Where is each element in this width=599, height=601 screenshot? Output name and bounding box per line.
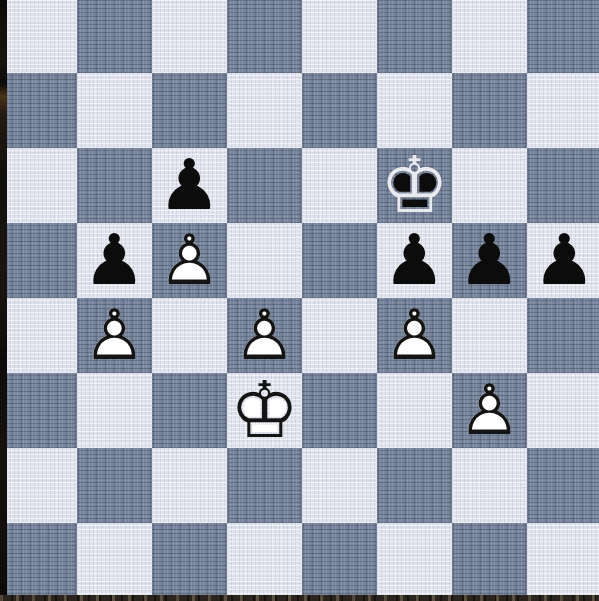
piece-white-pawn[interactable]: ♟♙ — [383, 298, 446, 373]
square-e4[interactable] — [302, 298, 377, 373]
square-e5[interactable] — [302, 223, 377, 298]
square-d2[interactable] — [227, 448, 302, 523]
square-a5[interactable] — [2, 223, 77, 298]
square-a3[interactable] — [2, 373, 77, 448]
king-detail-glyph: ♔ — [380, 148, 450, 223]
pawn-fill-glyph: ♟ — [458, 223, 521, 298]
square-h8[interactable] — [527, 0, 599, 73]
square-b8[interactable] — [77, 0, 152, 73]
square-d6[interactable] — [227, 148, 302, 223]
piece-white-pawn[interactable]: ♟♙ — [83, 298, 146, 373]
pawn-outline-glyph: ♙ — [383, 298, 446, 373]
square-b7[interactable] — [77, 73, 152, 148]
square-h6[interactable] — [527, 148, 599, 223]
piece-black-pawn[interactable]: ♟ — [83, 223, 146, 298]
square-e6[interactable] — [302, 148, 377, 223]
square-h1[interactable] — [527, 523, 599, 598]
square-e2[interactable] — [302, 448, 377, 523]
square-a7[interactable] — [2, 73, 77, 148]
pawn-outline-glyph: ♙ — [458, 373, 521, 448]
board-bottom-edge — [0, 595, 599, 601]
square-b3[interactable] — [77, 373, 152, 448]
square-b5[interactable]: ♟ — [77, 223, 152, 298]
square-a2[interactable] — [2, 448, 77, 523]
square-a4[interactable] — [2, 298, 77, 373]
square-c1[interactable] — [152, 523, 227, 598]
square-h7[interactable] — [527, 73, 599, 148]
square-a1[interactable] — [2, 523, 77, 598]
square-f1[interactable] — [377, 523, 452, 598]
square-d1[interactable] — [227, 523, 302, 598]
square-a8[interactable] — [2, 0, 77, 73]
board-left-edge — [0, 0, 7, 601]
square-c8[interactable] — [152, 0, 227, 73]
square-d5[interactable] — [227, 223, 302, 298]
square-e1[interactable] — [302, 523, 377, 598]
chess-board: ♟♚♔♟♟♙♟♟♟♟♙♟♙♟♙♚♔♟♙ — [2, 0, 599, 598]
square-g7[interactable] — [452, 73, 527, 148]
square-e8[interactable] — [302, 0, 377, 73]
pawn-fill-glyph: ♟ — [383, 223, 446, 298]
piece-black-pawn[interactable]: ♟ — [458, 223, 521, 298]
square-c5[interactable]: ♟♙ — [152, 223, 227, 298]
square-c4[interactable] — [152, 298, 227, 373]
square-b6[interactable] — [77, 148, 152, 223]
square-e3[interactable] — [302, 373, 377, 448]
piece-black-pawn[interactable]: ♟ — [383, 223, 446, 298]
square-f7[interactable] — [377, 73, 452, 148]
square-a6[interactable] — [2, 148, 77, 223]
square-b2[interactable] — [77, 448, 152, 523]
square-d8[interactable] — [227, 0, 302, 73]
square-h3[interactable] — [527, 373, 599, 448]
piece-black-pawn[interactable]: ♟ — [533, 223, 596, 298]
square-g2[interactable] — [452, 448, 527, 523]
square-f8[interactable] — [377, 0, 452, 73]
pawn-outline-glyph: ♙ — [233, 298, 296, 373]
pawn-fill-glyph: ♟ — [533, 223, 596, 298]
square-f5[interactable]: ♟ — [377, 223, 452, 298]
pawn-fill-glyph: ♟ — [158, 148, 221, 223]
square-g4[interactable] — [452, 298, 527, 373]
square-g1[interactable] — [452, 523, 527, 598]
square-d4[interactable]: ♟♙ — [227, 298, 302, 373]
square-g6[interactable] — [452, 148, 527, 223]
square-g3[interactable]: ♟♙ — [452, 373, 527, 448]
piece-black-pawn[interactable]: ♟ — [158, 148, 221, 223]
piece-white-king[interactable]: ♚♔ — [230, 373, 300, 448]
pawn-outline-glyph: ♙ — [158, 223, 221, 298]
square-h4[interactable] — [527, 298, 599, 373]
square-c3[interactable] — [152, 373, 227, 448]
piece-white-pawn[interactable]: ♟♙ — [233, 298, 296, 373]
square-g5[interactable]: ♟ — [452, 223, 527, 298]
square-d3[interactable]: ♚♔ — [227, 373, 302, 448]
piece-white-pawn[interactable]: ♟♙ — [458, 373, 521, 448]
square-f6[interactable]: ♚♔ — [377, 148, 452, 223]
square-c6[interactable]: ♟ — [152, 148, 227, 223]
square-b4[interactable]: ♟♙ — [77, 298, 152, 373]
square-c2[interactable] — [152, 448, 227, 523]
square-b1[interactable] — [77, 523, 152, 598]
square-f4[interactable]: ♟♙ — [377, 298, 452, 373]
square-h5[interactable]: ♟ — [527, 223, 599, 298]
square-h2[interactable] — [527, 448, 599, 523]
square-f2[interactable] — [377, 448, 452, 523]
square-f3[interactable] — [377, 373, 452, 448]
square-d7[interactable] — [227, 73, 302, 148]
king-outline-glyph: ♔ — [230, 373, 300, 448]
square-c7[interactable] — [152, 73, 227, 148]
piece-white-pawn[interactable]: ♟♙ — [158, 223, 221, 298]
pawn-outline-glyph: ♙ — [83, 298, 146, 373]
square-g8[interactable] — [452, 0, 527, 73]
piece-black-king[interactable]: ♚♔ — [380, 148, 450, 223]
pawn-fill-glyph: ♟ — [83, 223, 146, 298]
square-e7[interactable] — [302, 73, 377, 148]
